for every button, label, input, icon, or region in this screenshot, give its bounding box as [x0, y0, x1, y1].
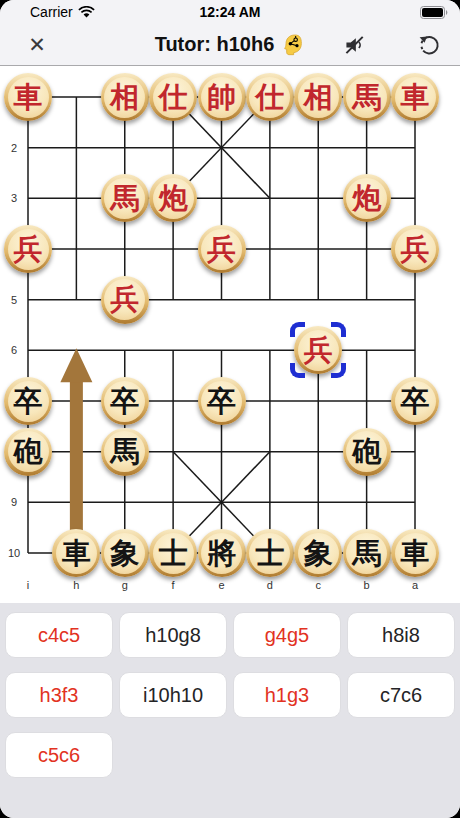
piece-glyph: 象	[110, 539, 139, 568]
piece-glyph: 將	[207, 539, 236, 568]
nav-bar: ✕ Tutor: h10h6	[0, 24, 460, 66]
piece-g10[interactable]: 象	[101, 529, 149, 577]
move-button-c4c5[interactable]: c4c5	[5, 612, 113, 658]
move-button-c5c6[interactable]: c5c6	[5, 732, 113, 778]
piece-glyph: 兵	[110, 285, 139, 314]
undo-circular-arrow-icon[interactable]	[417, 33, 441, 57]
clock: 12:24 AM	[0, 4, 460, 20]
xiangqi-board[interactable]: 12345678910ihgfedcba 車相仕帥仕相馬車馬炮炮兵兵兵兵兵卒卒卒…	[0, 66, 460, 603]
piece-glyph: 卒	[110, 387, 139, 416]
piece-glyph: 象	[304, 539, 333, 568]
piece-glyph: 卒	[14, 387, 43, 416]
piece-glyph: 卒	[401, 387, 430, 416]
piece-glyph: 士	[159, 539, 188, 568]
piece-d1[interactable]: 仕	[246, 73, 294, 121]
piece-e1[interactable]: 帥	[198, 73, 246, 121]
piece-b8[interactable]: 砲	[343, 428, 391, 476]
move-button-c7c6[interactable]: c7c6	[347, 672, 455, 718]
piece-a10[interactable]: 車	[391, 529, 439, 577]
piece-glyph: 仕	[255, 83, 284, 112]
move-button-h1g3[interactable]: h1g3	[233, 672, 341, 718]
piece-e4[interactable]: 兵	[198, 225, 246, 273]
tutor-arrow-head	[60, 348, 92, 382]
piece-glyph: 馬	[352, 539, 381, 568]
piece-e7[interactable]: 卒	[198, 377, 246, 425]
piece-a1[interactable]: 車	[391, 73, 439, 121]
piece-c1[interactable]: 相	[294, 73, 342, 121]
status-bar: Carrier 12:24 AM	[0, 0, 460, 24]
piece-d10[interactable]: 士	[246, 529, 294, 577]
piece-b1[interactable]: 馬	[343, 73, 391, 121]
piece-i4[interactable]: 兵	[4, 225, 52, 273]
tutor-move-label: Tutor: h10h6	[155, 33, 275, 56]
piece-f1[interactable]: 仕	[149, 73, 197, 121]
move-button-h3f3[interactable]: h3f3	[5, 672, 113, 718]
piece-g7[interactable]: 卒	[101, 377, 149, 425]
tutor-arrow-shaft	[70, 380, 83, 553]
piece-g3[interactable]: 馬	[101, 174, 149, 222]
piece-glyph: 卒	[207, 387, 236, 416]
piece-glyph: 車	[401, 83, 430, 112]
svg-text:10: 10	[8, 547, 20, 559]
svg-text:6: 6	[11, 344, 17, 356]
svg-text:g: g	[122, 579, 128, 591]
piece-glyph: 馬	[110, 437, 139, 466]
piece-glyph: 砲	[352, 437, 381, 466]
piece-glyph: 車	[401, 539, 430, 568]
svg-text:i: i	[27, 579, 29, 591]
piece-glyph: 相	[304, 83, 333, 112]
piece-glyph: 車	[14, 83, 43, 112]
piece-i7[interactable]: 卒	[4, 377, 52, 425]
piece-glyph: 兵	[401, 235, 430, 264]
piece-glyph: 車	[62, 539, 91, 568]
piece-glyph: 馬	[352, 83, 381, 112]
svg-text:5: 5	[11, 294, 17, 306]
piece-glyph: 砲	[14, 437, 43, 466]
piece-glyph: 相	[110, 83, 139, 112]
svg-text:f: f	[172, 579, 176, 591]
piece-glyph: 帥	[207, 83, 236, 112]
piece-glyph: 馬	[110, 184, 139, 213]
piece-g8[interactable]: 馬	[101, 428, 149, 476]
svg-text:b: b	[364, 579, 370, 591]
piece-b3[interactable]: 炮	[343, 174, 391, 222]
svg-text:9: 9	[11, 496, 17, 508]
svg-text:3: 3	[11, 192, 17, 204]
board-grid: 12345678910ihgfedcba	[0, 66, 460, 603]
piece-a7[interactable]: 卒	[391, 377, 439, 425]
speaker-muted-icon[interactable]	[343, 33, 367, 57]
move-button-h8i8[interactable]: h8i8	[347, 612, 455, 658]
piece-i8[interactable]: 砲	[4, 428, 52, 476]
close-x-icon[interactable]: ✕	[24, 32, 50, 58]
svg-text:2: 2	[11, 142, 17, 154]
app-window: Carrier 12:24 AM ✕ Tutor: h10h6	[0, 0, 460, 818]
svg-text:c: c	[316, 579, 322, 591]
piece-f10[interactable]: 士	[149, 529, 197, 577]
svg-text:e: e	[218, 579, 224, 591]
piece-c10[interactable]: 象	[294, 529, 342, 577]
piece-glyph: 兵	[14, 235, 43, 264]
svg-text:h: h	[73, 579, 79, 591]
move-history-tray: c4c5h10g8g4g5h8i8h3f3i10h10h1g3c7c6c5c6	[0, 603, 460, 818]
svg-text:d: d	[267, 579, 273, 591]
piece-glyph: 兵	[207, 235, 236, 264]
thinking-head-icon	[281, 33, 305, 57]
move-button-h10g8[interactable]: h10g8	[119, 612, 227, 658]
move-button-g4g5[interactable]: g4g5	[233, 612, 341, 658]
piece-b10[interactable]: 馬	[343, 529, 391, 577]
piece-e10[interactable]: 將	[198, 529, 246, 577]
svg-text:a: a	[412, 579, 419, 591]
piece-glyph: 仕	[159, 83, 188, 112]
battery-full-icon	[420, 6, 448, 19]
piece-i1[interactable]: 車	[4, 73, 52, 121]
piece-a4[interactable]: 兵	[391, 225, 439, 273]
piece-glyph: 兵	[304, 336, 333, 365]
piece-glyph: 炮	[159, 184, 188, 213]
move-button-i10h10[interactable]: i10h10	[119, 672, 227, 718]
piece-glyph: 士	[255, 539, 284, 568]
piece-g1[interactable]: 相	[101, 73, 149, 121]
piece-g5[interactable]: 兵	[101, 276, 149, 324]
piece-glyph: 炮	[352, 184, 381, 213]
